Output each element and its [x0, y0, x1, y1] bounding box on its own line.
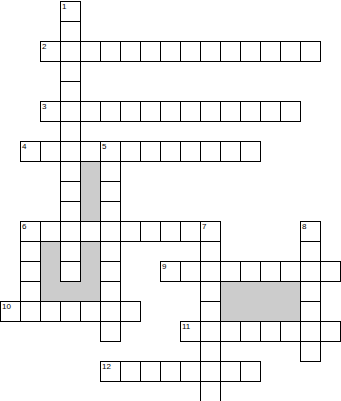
grid-cell-r2c6[interactable] — [120, 41, 141, 62]
grid-cell-r2c15[interactable] — [300, 41, 321, 62]
shaded-block-cell — [220, 281, 241, 302]
grid-cell-r11c9[interactable] — [180, 221, 201, 242]
grid-cell-r17c15[interactable] — [300, 341, 321, 362]
grid-cell-r11c2[interactable] — [40, 221, 61, 242]
shaded-block-cell — [80, 281, 101, 302]
shaded-block-cell — [80, 181, 101, 202]
shaded-block-cell — [240, 301, 261, 322]
grid-cell-r18c7[interactable] — [140, 361, 161, 382]
crossword-board: 123456789101112 — [0, 0, 341, 401]
grid-cell-r18c11[interactable] — [220, 361, 241, 382]
grid-cell-r9c5[interactable] — [100, 181, 121, 202]
grid-cell-r6c3[interactable] — [60, 121, 81, 142]
grid-cell-r18c12[interactable] — [240, 361, 261, 382]
grid-cell-r7c2[interactable] — [40, 141, 61, 162]
grid-cell-r5c13[interactable] — [260, 101, 281, 122]
grid-cell-r15c1[interactable] — [20, 301, 41, 322]
grid-cell-r7c4[interactable] — [80, 141, 101, 162]
grid-cell-r15c5[interactable] — [100, 301, 121, 322]
grid-cell-r15c2[interactable] — [40, 301, 61, 322]
grid-cell-r5c8[interactable] — [160, 101, 181, 122]
shaded-block-cell — [280, 281, 301, 302]
grid-cell-r7c7[interactable] — [140, 141, 161, 162]
grid-cell-r11c15[interactable] — [300, 221, 321, 242]
grid-cell-r5c14[interactable] — [280, 101, 301, 122]
grid-cell-r2c14[interactable] — [280, 41, 301, 62]
shaded-block-cell — [40, 241, 61, 262]
grid-cell-r7c6[interactable] — [120, 141, 141, 162]
grid-cell-r15c6[interactable] — [120, 301, 141, 322]
grid-cell-r14c10[interactable] — [200, 281, 221, 302]
shaded-block-cell — [260, 301, 281, 322]
grid-cell-r12c1[interactable] — [20, 241, 41, 262]
grid-cell-r18c6[interactable] — [120, 361, 141, 382]
grid-cell-r5c10[interactable] — [200, 101, 221, 122]
shaded-block-cell — [260, 281, 281, 302]
shaded-block-cell — [40, 281, 61, 302]
grid-cell-r4c3[interactable] — [60, 81, 81, 102]
grid-cell-r10c3[interactable] — [60, 201, 81, 222]
grid-cell-r3c3[interactable] — [60, 61, 81, 82]
grid-cell-r13c16[interactable] — [320, 261, 341, 282]
grid-cell-r14c5[interactable] — [100, 281, 121, 302]
grid-cell-r12c3[interactable] — [60, 241, 81, 262]
grid-cell-r11c7[interactable] — [140, 221, 161, 242]
grid-cell-r11c10[interactable] — [200, 221, 221, 242]
grid-cell-r13c9[interactable] — [180, 261, 201, 282]
grid-cell-r11c4[interactable] — [80, 221, 101, 242]
grid-cell-r18c9[interactable] — [180, 361, 201, 382]
grid-cell-r16c5[interactable] — [100, 321, 121, 342]
grid-cell-r0c3[interactable] — [60, 1, 81, 22]
grid-cell-r13c1[interactable] — [20, 261, 41, 282]
grid-cell-r15c15[interactable] — [300, 301, 321, 322]
grid-cell-r5c9[interactable] — [180, 101, 201, 122]
grid-cell-r10c5[interactable] — [100, 201, 121, 222]
shaded-block-cell — [80, 241, 101, 262]
grid-cell-r5c7[interactable] — [140, 101, 161, 122]
grid-cell-r15c0[interactable] — [0, 301, 21, 322]
grid-cell-r16c11[interactable] — [220, 321, 241, 342]
grid-cell-r12c15[interactable] — [300, 241, 321, 262]
grid-cell-r5c6[interactable] — [120, 101, 141, 122]
grid-cell-r2c13[interactable] — [260, 41, 281, 62]
shaded-block-cell — [40, 261, 61, 282]
grid-cell-r19c10[interactable] — [200, 381, 221, 401]
grid-cell-r11c3[interactable] — [60, 221, 81, 242]
grid-cell-r13c13[interactable] — [260, 261, 281, 282]
grid-cell-r7c1[interactable] — [20, 141, 41, 162]
grid-cell-r7c9[interactable] — [180, 141, 201, 162]
grid-cell-r18c5[interactable] — [100, 361, 121, 382]
grid-cell-r13c5[interactable] — [100, 261, 121, 282]
shaded-block-cell — [60, 281, 81, 302]
grid-cell-r5c2[interactable] — [40, 101, 61, 122]
grid-cell-r5c11[interactable] — [220, 101, 241, 122]
shaded-block-cell — [220, 301, 241, 322]
grid-cell-r15c4[interactable] — [80, 301, 101, 322]
grid-cell-r13c12[interactable] — [240, 261, 261, 282]
grid-cell-r7c3[interactable] — [60, 141, 81, 162]
grid-cell-r2c7[interactable] — [140, 41, 161, 62]
grid-cell-r11c6[interactable] — [120, 221, 141, 242]
grid-cell-r2c10[interactable] — [200, 41, 221, 62]
grid-cell-r2c12[interactable] — [240, 41, 261, 62]
grid-cell-r7c8[interactable] — [160, 141, 181, 162]
grid-cell-r12c10[interactable] — [200, 241, 221, 262]
grid-cell-r2c5[interactable] — [100, 41, 121, 62]
grid-cell-r2c8[interactable] — [160, 41, 181, 62]
grid-cell-r9c3[interactable] — [60, 181, 81, 202]
grid-cell-r13c14[interactable] — [280, 261, 301, 282]
grid-cell-r16c10[interactable] — [200, 321, 221, 342]
grid-cell-r18c10[interactable] — [200, 361, 221, 382]
grid-cell-r2c9[interactable] — [180, 41, 201, 62]
grid-cell-r7c5[interactable] — [100, 141, 121, 162]
grid-cell-r16c12[interactable] — [240, 321, 261, 342]
grid-cell-r16c14[interactable] — [280, 321, 301, 342]
grid-cell-r5c3[interactable] — [60, 101, 81, 122]
grid-cell-r7c12[interactable] — [240, 141, 261, 162]
grid-cell-r2c4[interactable] — [80, 41, 101, 62]
grid-cell-r5c12[interactable] — [240, 101, 261, 122]
grid-cell-r13c11[interactable] — [220, 261, 241, 282]
shaded-block-cell — [80, 261, 101, 282]
grid-cell-r14c15[interactable] — [300, 281, 321, 302]
shaded-block-cell — [240, 281, 261, 302]
grid-cell-r13c15[interactable] — [300, 261, 321, 282]
shaded-block-cell — [80, 161, 101, 182]
grid-cell-r2c2[interactable] — [40, 41, 61, 62]
grid-cell-r13c8[interactable] — [160, 261, 181, 282]
grid-cell-r5c4[interactable] — [80, 101, 101, 122]
shaded-block-cell — [80, 201, 101, 222]
grid-cell-r13c3[interactable] — [60, 261, 81, 282]
grid-cell-r18c8[interactable] — [160, 361, 181, 382]
grid-cell-r7c11[interactable] — [220, 141, 241, 162]
grid-cell-r1c3[interactable] — [60, 21, 81, 42]
grid-cell-r13c10[interactable] — [200, 261, 221, 282]
shaded-block-cell — [280, 301, 301, 322]
grid-cell-r16c15[interactable] — [300, 321, 321, 342]
grid-cell-r11c8[interactable] — [160, 221, 181, 242]
grid-cell-r16c13[interactable] — [260, 321, 281, 342]
grid-cell-r11c5[interactable] — [100, 221, 121, 242]
grid-cell-r11c1[interactable] — [20, 221, 41, 242]
grid-cell-r5c5[interactable] — [100, 101, 121, 122]
grid-cell-r14c1[interactable] — [20, 281, 41, 302]
grid-cell-r16c9[interactable] — [180, 321, 201, 342]
grid-cell-r2c11[interactable] — [220, 41, 241, 62]
grid-cell-r15c3[interactable] — [60, 301, 81, 322]
grid-cell-r12c5[interactable] — [100, 241, 121, 262]
grid-cell-r2c3[interactable] — [60, 41, 81, 62]
grid-cell-r16c16[interactable] — [320, 321, 341, 342]
grid-cell-r7c10[interactable] — [200, 141, 221, 162]
grid-cell-r8c3[interactable] — [60, 161, 81, 182]
grid-cell-r17c10[interactable] — [200, 341, 221, 362]
grid-cell-r15c10[interactable] — [200, 301, 221, 322]
grid-cell-r8c5[interactable] — [100, 161, 121, 182]
